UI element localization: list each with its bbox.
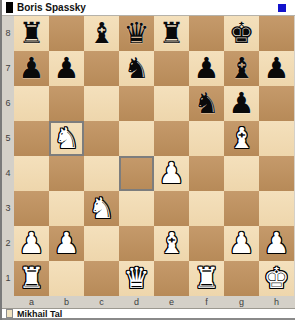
piece-white-pawn: ♟ (54, 226, 80, 261)
square-h4[interactable] (259, 156, 294, 191)
square-d6[interactable] (119, 86, 154, 121)
square-f2[interactable] (189, 226, 224, 261)
piece-black-knight: ♞ (194, 86, 220, 121)
square-a3[interactable] (14, 191, 49, 226)
square-h2[interactable]: ♟ (259, 226, 294, 261)
piece-black-bishop: ♝ (229, 51, 255, 86)
square-b2[interactable]: ♟ (49, 226, 84, 261)
rank-label-2: 2 (2, 226, 14, 261)
player-top-name: Boris Spassky (17, 2, 86, 13)
piece-white-pawn: ♟ (19, 226, 45, 261)
square-c2[interactable] (84, 226, 119, 261)
square-e7[interactable] (154, 51, 189, 86)
square-b4[interactable] (49, 156, 84, 191)
square-b8[interactable] (49, 16, 84, 51)
square-f5[interactable] (189, 121, 224, 156)
square-c1[interactable] (84, 261, 119, 296)
white-color-swatch (6, 309, 13, 318)
rank-label-3: 3 (2, 191, 14, 226)
square-b1[interactable] (49, 261, 84, 296)
piece-white-knight: ♞ (54, 121, 80, 156)
rank-label-7: 7 (2, 51, 14, 86)
file-label-c: c (84, 296, 119, 308)
square-e3[interactable] (154, 191, 189, 226)
square-a6[interactable] (14, 86, 49, 121)
square-b3[interactable] (49, 191, 84, 226)
square-d2[interactable] (119, 226, 154, 261)
square-f7[interactable]: ♟ (189, 51, 224, 86)
piece-black-rook: ♜ (19, 16, 45, 51)
file-label-a: a (14, 296, 49, 308)
file-label-d: d (119, 296, 154, 308)
square-h3[interactable] (259, 191, 294, 226)
piece-white-rook: ♜ (19, 261, 45, 296)
square-a1[interactable]: ♜ (14, 261, 49, 296)
piece-black-pawn: ♟ (229, 86, 255, 121)
rank-label-5: 5 (2, 121, 14, 156)
piece-white-queen: ♛ (124, 261, 150, 296)
square-d4[interactable] (119, 156, 154, 191)
square-e6[interactable] (154, 86, 189, 121)
piece-black-king: ♚ (229, 16, 255, 51)
piece-white-bishop: ♝ (229, 121, 255, 156)
square-g2[interactable]: ♟ (224, 226, 259, 261)
square-e5[interactable] (154, 121, 189, 156)
piece-black-pawn: ♟ (19, 51, 45, 86)
piece-black-queen: ♛ (124, 16, 150, 51)
square-b5[interactable]: ♞ (49, 121, 84, 156)
square-a5[interactable] (14, 121, 49, 156)
square-a2[interactable]: ♟ (14, 226, 49, 261)
piece-white-rook: ♜ (194, 261, 220, 296)
square-g1[interactable] (224, 261, 259, 296)
square-h1[interactable]: ♚ (259, 261, 294, 296)
square-g8[interactable]: ♚ (224, 16, 259, 51)
piece-white-bishop: ♝ (159, 226, 185, 261)
file-labels-row: abcdefgh (2, 296, 295, 308)
piece-white-pawn: ♟ (159, 156, 185, 191)
square-f8[interactable] (189, 16, 224, 51)
board-window: Boris Spassky 87654321 ♜♝♛♜♚♟♟♞♟♝♟♞♟♞♝♟♞… (0, 0, 295, 320)
player-bottom-name: Mikhail Tal (17, 309, 62, 319)
piece-black-bishop: ♝ (89, 16, 115, 51)
square-h5[interactable] (259, 121, 294, 156)
square-e1[interactable] (154, 261, 189, 296)
piece-white-knight: ♞ (89, 191, 115, 226)
rank-label-8: 8 (2, 16, 14, 51)
square-g4[interactable] (224, 156, 259, 191)
file-labels: abcdefgh (14, 296, 294, 308)
piece-black-pawn: ♟ (54, 51, 80, 86)
square-f6[interactable]: ♞ (189, 86, 224, 121)
square-g3[interactable] (224, 191, 259, 226)
square-a7[interactable]: ♟ (14, 51, 49, 86)
square-f4[interactable] (189, 156, 224, 191)
square-f1[interactable]: ♜ (189, 261, 224, 296)
piece-black-rook: ♜ (159, 16, 185, 51)
square-b6[interactable] (49, 86, 84, 121)
file-label-b: b (49, 296, 84, 308)
player-top-bar: Boris Spassky (2, 0, 295, 16)
square-d8[interactable]: ♛ (119, 16, 154, 51)
chess-board: ♜♝♛♜♚♟♟♞♟♝♟♞♟♞♝♟♞♟♟♝♟♟♜♛♜♚ (14, 16, 294, 296)
square-c4[interactable] (84, 156, 119, 191)
square-a4[interactable] (14, 156, 49, 191)
square-d3[interactable] (119, 191, 154, 226)
piece-white-pawn: ♟ (264, 226, 290, 261)
square-c3[interactable]: ♞ (84, 191, 119, 226)
black-color-swatch (6, 2, 13, 13)
square-d5[interactable] (119, 121, 154, 156)
square-d7[interactable]: ♞ (119, 51, 154, 86)
square-d1[interactable]: ♛ (119, 261, 154, 296)
square-e8[interactable]: ♜ (154, 16, 189, 51)
square-h7[interactable]: ♟ (259, 51, 294, 86)
corner-spacer (2, 296, 14, 308)
square-g7[interactable]: ♝ (224, 51, 259, 86)
square-f3[interactable] (189, 191, 224, 226)
rank-label-1: 1 (2, 261, 14, 296)
square-a8[interactable]: ♜ (14, 16, 49, 51)
square-b7[interactable]: ♟ (49, 51, 84, 86)
square-c5[interactable] (84, 121, 119, 156)
piece-black-knight: ♞ (124, 51, 150, 86)
file-label-h: h (259, 296, 294, 308)
square-h8[interactable] (259, 16, 294, 51)
square-g6[interactable]: ♟ (224, 86, 259, 121)
file-label-e: e (154, 296, 189, 308)
square-g5[interactable]: ♝ (224, 121, 259, 156)
square-c6[interactable] (84, 86, 119, 121)
rank-label-6: 6 (2, 86, 14, 121)
file-label-g: g (224, 296, 259, 308)
piece-white-pawn: ♟ (229, 226, 255, 261)
square-h6[interactable] (259, 86, 294, 121)
square-e4[interactable]: ♟ (154, 156, 189, 191)
square-c8[interactable]: ♝ (84, 16, 119, 51)
file-label-f: f (189, 296, 224, 308)
side-to-move-indicator (278, 4, 286, 12)
player-bottom-bar: Mikhail Tal (2, 308, 295, 320)
piece-black-pawn: ♟ (194, 51, 220, 86)
piece-white-king: ♚ (264, 261, 290, 296)
rank-labels: 87654321 (2, 16, 14, 296)
rank-label-4: 4 (2, 156, 14, 191)
square-e2[interactable]: ♝ (154, 226, 189, 261)
square-c7[interactable] (84, 51, 119, 86)
piece-black-pawn: ♟ (264, 51, 290, 86)
